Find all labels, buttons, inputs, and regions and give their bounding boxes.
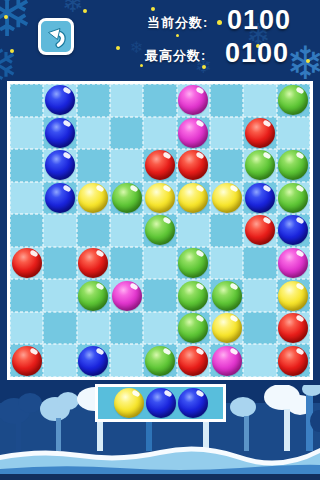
ball-green[interactable] bbox=[112, 183, 142, 213]
ball-glint bbox=[296, 87, 305, 95]
board-cell[interactable] bbox=[110, 247, 143, 280]
board-cell[interactable] bbox=[277, 344, 310, 377]
ball-glint bbox=[96, 347, 105, 355]
board-cell[interactable] bbox=[277, 247, 310, 280]
ball-yellow[interactable] bbox=[78, 183, 108, 213]
board-cell[interactable] bbox=[77, 214, 110, 247]
board-cell[interactable] bbox=[243, 247, 276, 280]
ball-magenta[interactable] bbox=[178, 118, 208, 148]
ball-glint bbox=[96, 184, 105, 192]
board-cell[interactable] bbox=[277, 149, 310, 182]
board-cell[interactable] bbox=[77, 247, 110, 280]
ball-glint bbox=[62, 184, 71, 192]
ball-magenta[interactable] bbox=[212, 346, 242, 376]
ball-green[interactable] bbox=[212, 281, 242, 311]
star-dot bbox=[176, 34, 179, 37]
ball-red[interactable] bbox=[178, 346, 208, 376]
board-cell[interactable] bbox=[77, 344, 110, 377]
board-cell[interactable] bbox=[43, 182, 76, 215]
ball-glint bbox=[96, 249, 105, 257]
ball-glint bbox=[262, 152, 271, 160]
board-cell[interactable] bbox=[210, 84, 243, 117]
ball-green[interactable] bbox=[145, 215, 175, 245]
board-cell[interactable] bbox=[43, 312, 76, 345]
star-dot bbox=[10, 49, 14, 53]
best-score-label: 最高分数: bbox=[145, 47, 206, 65]
board-cell[interactable] bbox=[77, 149, 110, 182]
ball-glint bbox=[196, 282, 205, 290]
board-cell[interactable] bbox=[110, 149, 143, 182]
ball-glint bbox=[29, 249, 38, 257]
board-cell[interactable] bbox=[243, 117, 276, 150]
board-cell[interactable] bbox=[177, 247, 210, 280]
board-cell[interactable] bbox=[177, 149, 210, 182]
board-cell[interactable] bbox=[210, 117, 243, 150]
board-cell[interactable] bbox=[10, 182, 43, 215]
board-cell[interactable] bbox=[177, 117, 210, 150]
board-cell[interactable] bbox=[277, 117, 310, 150]
board-cell[interactable] bbox=[277, 279, 310, 312]
next-balls-tray bbox=[95, 384, 226, 422]
back-arrow-icon bbox=[44, 25, 68, 49]
board-cell[interactable] bbox=[10, 344, 43, 377]
ball-glint bbox=[129, 282, 138, 290]
ball-magenta[interactable] bbox=[278, 248, 308, 278]
ball-glint bbox=[196, 152, 205, 160]
ball-blue[interactable] bbox=[45, 85, 75, 115]
board-cell[interactable] bbox=[10, 247, 43, 280]
ball-glint bbox=[29, 347, 38, 355]
ball-red[interactable] bbox=[78, 248, 108, 278]
board-cell[interactable] bbox=[110, 279, 143, 312]
ball-yellow[interactable] bbox=[212, 183, 242, 213]
ball-glint bbox=[196, 347, 205, 355]
board-cell[interactable] bbox=[77, 182, 110, 215]
ball-glint bbox=[196, 184, 205, 192]
star-dot bbox=[140, 64, 143, 67]
ball-glint bbox=[296, 217, 305, 225]
current-score-value: 0100 bbox=[227, 5, 291, 36]
board-cell[interactable] bbox=[110, 312, 143, 345]
ball-red[interactable] bbox=[278, 313, 308, 343]
board-cell[interactable] bbox=[277, 312, 310, 345]
board-cell[interactable] bbox=[143, 247, 176, 280]
ball-red[interactable] bbox=[245, 118, 275, 148]
ball-glint bbox=[131, 389, 140, 397]
board-cell[interactable] bbox=[143, 214, 176, 247]
ball-glint bbox=[162, 347, 171, 355]
board-cell[interactable] bbox=[77, 279, 110, 312]
board-cell[interactable] bbox=[243, 182, 276, 215]
ball-red[interactable] bbox=[278, 346, 308, 376]
ball-yellow[interactable] bbox=[212, 313, 242, 343]
board-cell[interactable] bbox=[177, 279, 210, 312]
snowflake-icon: ❄ bbox=[0, 0, 34, 46]
board-cell[interactable] bbox=[143, 344, 176, 377]
ball-green[interactable] bbox=[245, 150, 275, 180]
star-dot bbox=[116, 46, 120, 50]
ball-red[interactable] bbox=[245, 215, 275, 245]
board-cell[interactable] bbox=[143, 117, 176, 150]
board-cell[interactable] bbox=[177, 214, 210, 247]
board-cell[interactable] bbox=[210, 279, 243, 312]
ball-blue[interactable] bbox=[45, 118, 75, 148]
board-cell[interactable] bbox=[77, 312, 110, 345]
ball-glint bbox=[296, 249, 305, 257]
ball-red[interactable] bbox=[145, 150, 175, 180]
board-cell[interactable] bbox=[143, 149, 176, 182]
board-cell[interactable] bbox=[10, 149, 43, 182]
board-cell[interactable] bbox=[277, 214, 310, 247]
board-cell[interactable] bbox=[10, 214, 43, 247]
ball-green[interactable] bbox=[78, 281, 108, 311]
ball-yellow[interactable] bbox=[145, 183, 175, 213]
ball-glint bbox=[229, 314, 238, 322]
board-cell[interactable] bbox=[43, 117, 76, 150]
ball-glint bbox=[296, 347, 305, 355]
board-cell[interactable] bbox=[210, 214, 243, 247]
board-cell[interactable] bbox=[43, 149, 76, 182]
board-cell[interactable] bbox=[110, 344, 143, 377]
board-cell[interactable] bbox=[43, 214, 76, 247]
ball-green[interactable] bbox=[278, 183, 308, 213]
board-cell[interactable] bbox=[43, 279, 76, 312]
ball-green[interactable] bbox=[278, 85, 308, 115]
ball-red[interactable] bbox=[12, 248, 42, 278]
ball-blue[interactable] bbox=[45, 183, 75, 213]
ball-green[interactable] bbox=[145, 346, 175, 376]
ball-magenta[interactable] bbox=[112, 281, 142, 311]
ball-glint bbox=[262, 119, 271, 127]
ball-red[interactable] bbox=[12, 346, 42, 376]
best-score-value: 0100 bbox=[225, 38, 289, 69]
star-dot bbox=[306, 59, 310, 63]
ball-green[interactable] bbox=[278, 150, 308, 180]
board-cell[interactable] bbox=[243, 84, 276, 117]
ball-blue[interactable] bbox=[278, 215, 308, 245]
ball-glint bbox=[196, 119, 205, 127]
ball-magenta[interactable] bbox=[178, 85, 208, 115]
board-cell[interactable] bbox=[243, 149, 276, 182]
ball-glint bbox=[229, 184, 238, 192]
ball-glint bbox=[262, 217, 271, 225]
board-cell[interactable] bbox=[110, 182, 143, 215]
board-cell[interactable] bbox=[143, 182, 176, 215]
next-ball-yellow bbox=[114, 388, 144, 418]
ball-glint bbox=[196, 314, 205, 322]
ball-blue[interactable] bbox=[245, 183, 275, 213]
board-cell[interactable] bbox=[143, 279, 176, 312]
ball-glint bbox=[62, 152, 71, 160]
board-cell[interactable] bbox=[277, 182, 310, 215]
board-cell[interactable] bbox=[77, 117, 110, 150]
next-ball-blue bbox=[178, 388, 208, 418]
board-cell[interactable] bbox=[243, 344, 276, 377]
ball-glint bbox=[96, 282, 105, 290]
ball-glint bbox=[229, 347, 238, 355]
game-board bbox=[7, 81, 313, 380]
ball-glint bbox=[62, 119, 71, 127]
ball-yellow[interactable] bbox=[178, 183, 208, 213]
ball-blue[interactable] bbox=[45, 150, 75, 180]
star-dot bbox=[4, 15, 8, 19]
board-cell[interactable] bbox=[177, 84, 210, 117]
back-button[interactable] bbox=[38, 18, 74, 55]
board-cell[interactable] bbox=[210, 182, 243, 215]
star-dot bbox=[202, 65, 206, 69]
board-cell[interactable] bbox=[43, 247, 76, 280]
board-cell[interactable] bbox=[143, 312, 176, 345]
ball-glint bbox=[129, 184, 138, 192]
star-dot bbox=[217, 20, 222, 25]
ball-glint bbox=[296, 184, 305, 192]
board-cell[interactable] bbox=[110, 117, 143, 150]
ball-green[interactable] bbox=[178, 248, 208, 278]
ball-glint bbox=[262, 184, 271, 192]
ball-green[interactable] bbox=[178, 281, 208, 311]
current-score-label: 当前分数: bbox=[147, 14, 208, 32]
board-cell[interactable] bbox=[177, 312, 210, 345]
board-cell[interactable] bbox=[210, 312, 243, 345]
ball-glint bbox=[162, 152, 171, 160]
ball-glint bbox=[196, 249, 205, 257]
ball-blue[interactable] bbox=[78, 346, 108, 376]
board-cell[interactable] bbox=[277, 84, 310, 117]
ball-glint bbox=[296, 314, 305, 322]
board-cell[interactable] bbox=[10, 117, 43, 150]
board-cell[interactable] bbox=[10, 84, 43, 117]
snowflake-icon: ❄ bbox=[130, 40, 143, 56]
ball-green[interactable] bbox=[178, 313, 208, 343]
ball-glint bbox=[162, 217, 171, 225]
ball-glint bbox=[196, 87, 205, 95]
ball-glint bbox=[296, 152, 305, 160]
board-cell[interactable] bbox=[43, 84, 76, 117]
game-screen: ❄ ❄ ❄ ❄ ❄ ❄ ❄ 当前分数: 0100 最高分数: 0100 bbox=[0, 0, 320, 480]
snowflake-icon: ❄ bbox=[62, 0, 84, 16]
ball-glint bbox=[62, 87, 71, 95]
board-cell[interactable] bbox=[110, 84, 143, 117]
star-dot bbox=[83, 9, 87, 13]
board-cell[interactable] bbox=[210, 344, 243, 377]
snowflake-icon: ❄ bbox=[286, 40, 320, 86]
ball-glint bbox=[296, 282, 305, 290]
ball-glint bbox=[163, 389, 172, 397]
board-cell[interactable] bbox=[43, 344, 76, 377]
star-dot bbox=[151, 7, 155, 11]
board-cell[interactable] bbox=[10, 279, 43, 312]
board-cell[interactable] bbox=[210, 149, 243, 182]
board-cell[interactable] bbox=[243, 279, 276, 312]
board-cell[interactable] bbox=[243, 214, 276, 247]
board-cell[interactable] bbox=[210, 247, 243, 280]
ball-glint bbox=[229, 282, 238, 290]
next-ball-blue bbox=[146, 388, 176, 418]
board-cell[interactable] bbox=[177, 182, 210, 215]
board-cell[interactable] bbox=[77, 84, 110, 117]
board-cell[interactable] bbox=[143, 84, 176, 117]
board-cell[interactable] bbox=[10, 312, 43, 345]
ball-yellow[interactable] bbox=[278, 281, 308, 311]
ball-glint bbox=[195, 389, 204, 397]
ball-red[interactable] bbox=[178, 150, 208, 180]
board-cell[interactable] bbox=[110, 214, 143, 247]
ball-glint bbox=[162, 184, 171, 192]
board-cell[interactable] bbox=[243, 312, 276, 345]
board-cell[interactable] bbox=[177, 344, 210, 377]
